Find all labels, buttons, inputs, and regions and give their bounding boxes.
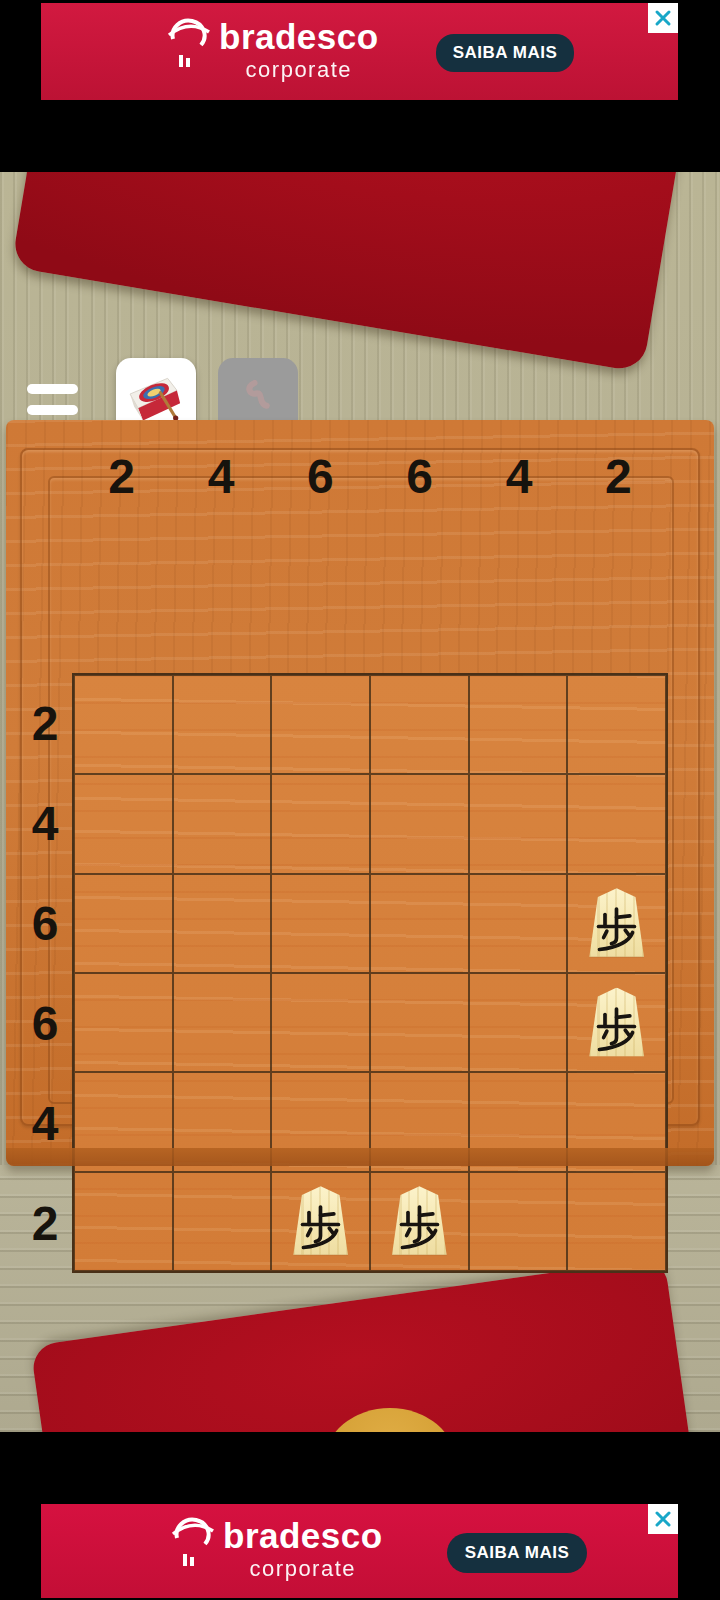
board-grid [72,673,668,1273]
board-cell-r1c3 [271,675,370,774]
brand-subtitle: corporate [250,1556,356,1582]
row-label-1: 2 [21,673,69,773]
ad-close-button[interactable] [648,1504,678,1534]
app-screen: bradesco corporate SAIBA MAIS [0,0,720,1600]
board-cell-r3c1 [74,874,173,973]
column-label-2: 4 [171,448,270,504]
column-label-3: 6 [271,448,370,504]
hamburger-icon [27,384,78,394]
ad-banner-bottom[interactable]: bradesco corporate SAIBA MAIS [41,1504,678,1598]
board-cell-r4c5 [469,973,568,1072]
close-icon [654,1510,672,1528]
board-front-edge [6,1148,714,1166]
advertiser-logo: bradesco corporate [167,17,379,83]
board-cell-r1c5 [469,675,568,774]
board-cell-r4c4 [370,973,469,1072]
column-label-6: 2 [569,448,668,504]
board-cell-r2c6 [567,774,666,873]
board-cell-r3c5 [469,874,568,973]
shogi-pawn [588,888,645,957]
brand-name: bradesco [219,17,379,57]
game-scene: 246642 246642 [0,172,720,1432]
board-cell-r6c6 [567,1172,666,1271]
shogi-pawn [292,1186,349,1255]
board-cell-r2c3 [271,774,370,873]
board-cell-r4c6 [567,973,666,1072]
board-cell-r3c4 [370,874,469,973]
game-board: 246642 246642 [6,420,714,1166]
board-cell-r6c2 [173,1172,272,1271]
board-cell-r1c6 [567,675,666,774]
advertiser-logo: bradesco corporate [171,1516,383,1582]
board-cell-r3c3 [271,874,370,973]
pawn-kanji-glyph [594,1003,640,1053]
row-label-3: 6 [21,873,69,973]
brand-subtitle: corporate [246,57,352,83]
shogi-pawn [588,987,645,1056]
ad-cta-button[interactable]: SAIBA MAIS [447,1533,587,1573]
brand-name: bradesco [223,1516,383,1556]
board-cell-r6c1 [74,1172,173,1271]
pawn-kanji-glyph [396,1202,442,1252]
board-cell-r2c4 [370,774,469,873]
bradesco-logo-icon [167,17,211,71]
board-cell-r2c5 [469,774,568,873]
ad-close-button[interactable] [648,3,678,33]
tray-toggle-button[interactable] [330,1360,390,1400]
board-cell-r1c2 [173,675,272,774]
row-labels: 246642 [21,673,69,1273]
brand-text: bradesco corporate [223,1516,383,1582]
board-cell-r6c5 [469,1172,568,1271]
bradesco-logo-icon [171,1516,215,1570]
row-label-6: 2 [21,1173,69,1273]
board-cell-r4c3 [271,973,370,1072]
column-labels: 246642 [72,448,668,504]
board-cell-r6c4 [370,1172,469,1271]
board-cell-r3c6 [567,874,666,973]
pawn-kanji-glyph [594,904,640,954]
shogi-pawn [391,1186,448,1255]
hamburger-icon [27,405,78,415]
board-cell-r4c1 [74,973,173,1072]
board-cell-r4c2 [173,973,272,1072]
board-cell-r1c4 [370,675,469,774]
row-label-2: 4 [21,773,69,873]
board-cell-r2c2 [173,774,272,873]
column-label-4: 6 [370,448,469,504]
ad-cta-button[interactable]: SAIBA MAIS [436,34,574,72]
board-cell-r6c3 [271,1172,370,1271]
column-label-5: 4 [469,448,568,504]
ad-banner-top[interactable]: bradesco corporate SAIBA MAIS [41,3,678,100]
board-cell-r2c1 [74,774,173,873]
board-cell-r3c2 [173,874,272,973]
pawn-kanji-glyph [298,1202,344,1252]
close-icon [654,9,672,27]
column-label-1: 2 [72,448,171,504]
brand-text: bradesco corporate [219,17,379,83]
board-cell-r1c1 [74,675,173,774]
row-label-4: 6 [21,973,69,1073]
